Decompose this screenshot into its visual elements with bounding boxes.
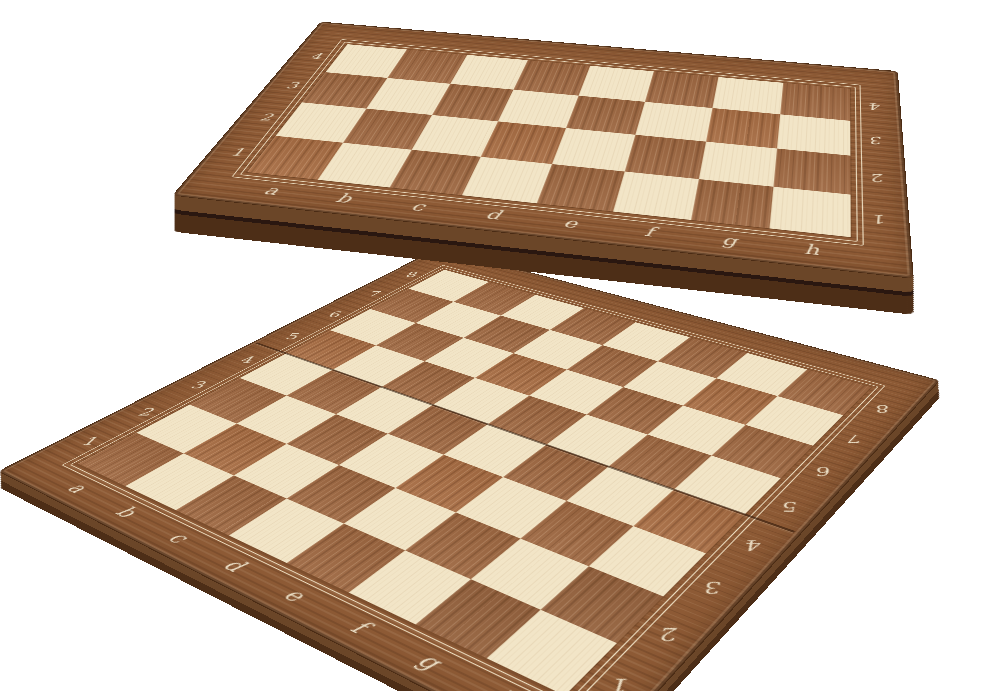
right-rank-label-6: 6	[815, 464, 834, 478]
file-label-b: b	[111, 503, 143, 521]
left-rank-label-5: 5	[284, 332, 299, 341]
left-rank-label-4: 4	[238, 355, 255, 365]
right-rank-label-1: 1	[871, 212, 890, 226]
file-label-d: d	[483, 206, 503, 222]
file-label-g: g	[412, 648, 447, 673]
file-label-h: h	[487, 685, 523, 691]
right-rank-label-4: 4	[745, 536, 765, 553]
product-photo-scene: abcdefgh8877665544332211 abcdefgh4433221…	[0, 0, 981, 691]
right-rank-label-2: 2	[870, 172, 888, 185]
file-label-d: d	[218, 555, 251, 575]
square-f1	[613, 171, 699, 220]
left-rank-label-3: 3	[189, 380, 207, 391]
left-rank-label-1: 1	[229, 146, 247, 158]
right-rank-label-7: 7	[846, 432, 865, 445]
square-d2	[481, 121, 566, 163]
square-g1	[690, 179, 773, 229]
left-rank-label-3: 3	[284, 80, 300, 90]
left-rank-label-2: 2	[258, 112, 275, 123]
file-label-a: a	[62, 479, 93, 495]
file-label-e: e	[561, 215, 579, 232]
file-label-a: a	[261, 183, 283, 198]
right-rank-label-8: 8	[875, 403, 894, 415]
left-rank-label-4: 4	[309, 52, 324, 61]
square-h1	[770, 186, 851, 237]
right-rank-label-2: 2	[661, 623, 681, 643]
left-rank-label-1: 1	[79, 435, 100, 447]
right-rank-label-3: 3	[705, 578, 725, 596]
right-rank-label-4: 4	[868, 102, 884, 112]
open-squares-grid	[78, 270, 871, 691]
folded-chessboard: abcdefgh44332211	[236, 0, 896, 318]
file-label-f: f	[643, 224, 655, 240]
file-label-c: c	[163, 528, 194, 546]
file-label-e: e	[278, 584, 311, 605]
right-rank-label-5: 5	[782, 499, 802, 514]
right-rank-label-1: 1	[613, 674, 633, 691]
folded-squares-grid	[247, 44, 851, 237]
file-label-f: f	[345, 616, 374, 637]
file-label-b: b	[333, 190, 355, 206]
square-g3	[706, 108, 781, 149]
file-label-c: c	[408, 198, 428, 214]
square-e1	[537, 164, 625, 212]
left-rank-label-2: 2	[136, 406, 155, 417]
file-label-g: g	[721, 232, 738, 249]
file-label-h: h	[804, 241, 820, 259]
right-rank-label-3: 3	[869, 135, 886, 146]
